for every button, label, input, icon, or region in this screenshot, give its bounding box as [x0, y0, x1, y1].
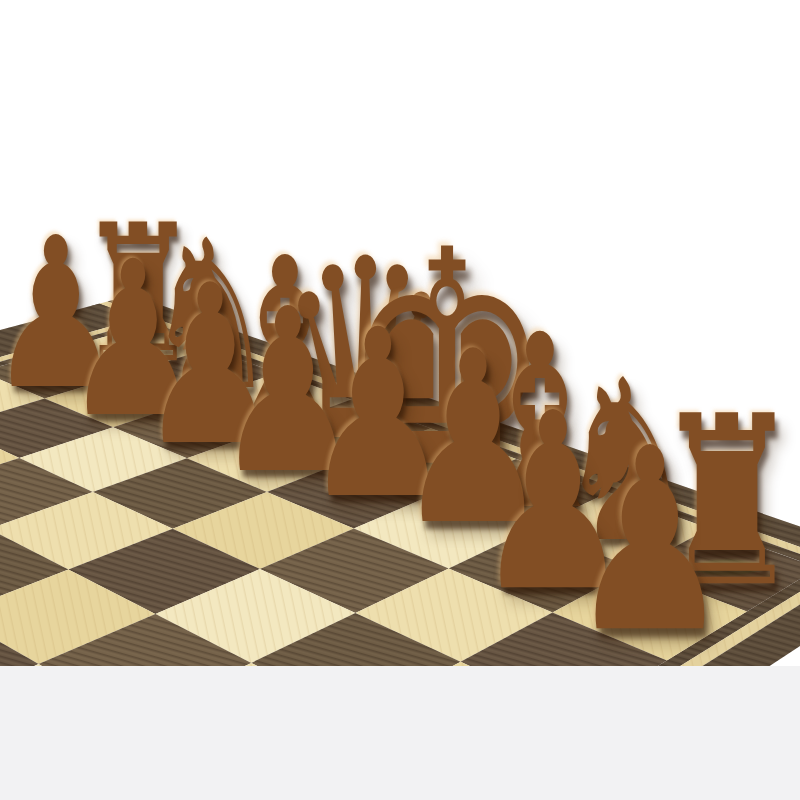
chess-set-product-photo: ♜♟♞♟♝♟♛♟♚♟♝♟♞♜♟♟ — [0, 0, 800, 800]
chess-board — [0, 0, 800, 800]
